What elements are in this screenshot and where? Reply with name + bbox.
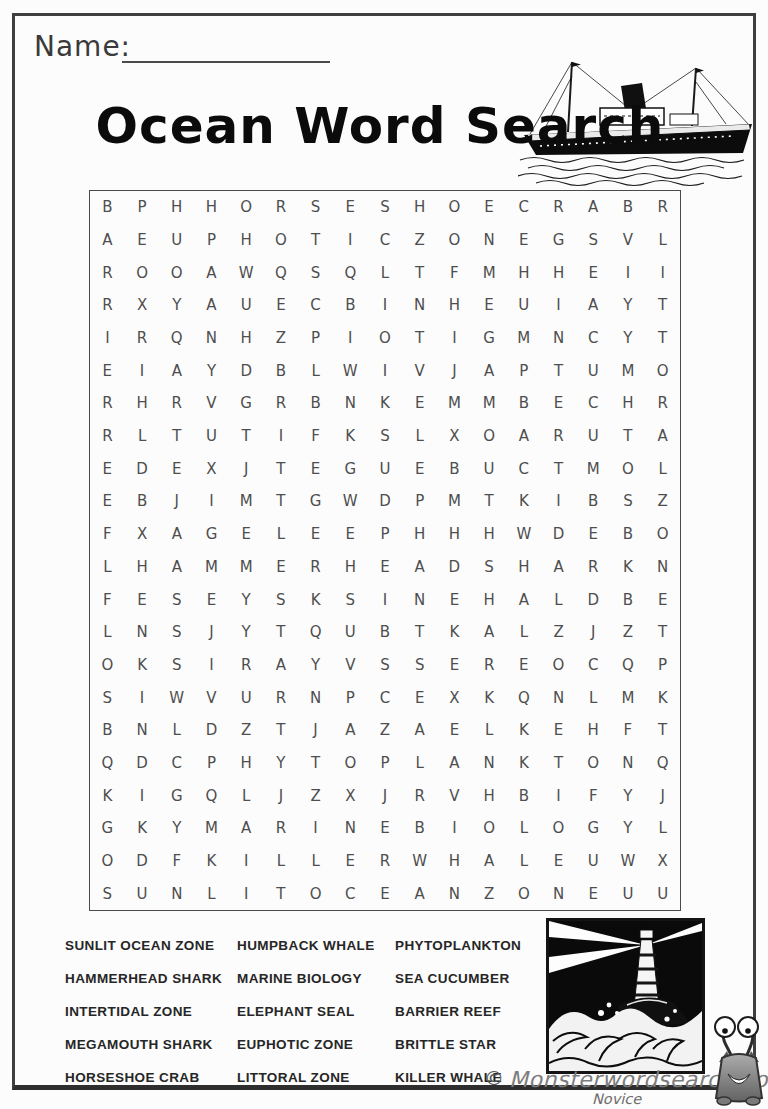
- grid-cell[interactable]: P: [368, 518, 403, 551]
- grid-cell[interactable]: U: [229, 289, 264, 322]
- grid-cell[interactable]: T: [229, 420, 264, 453]
- grid-cell[interactable]: I: [437, 322, 472, 355]
- grid-cell[interactable]: P: [298, 322, 333, 355]
- grid-cell[interactable]: E: [194, 583, 229, 616]
- grid-cell[interactable]: G: [541, 224, 576, 257]
- grid-cell[interactable]: D: [541, 518, 576, 551]
- grid-cell[interactable]: L: [541, 583, 576, 616]
- grid-cell[interactable]: N: [541, 322, 576, 355]
- grid-cell[interactable]: W: [159, 681, 194, 714]
- grid-cell[interactable]: M: [229, 551, 264, 584]
- grid-cell[interactable]: A: [402, 551, 437, 584]
- grid-cell[interactable]: I: [368, 289, 403, 322]
- grid-cell[interactable]: A: [506, 583, 541, 616]
- grid-cell[interactable]: A: [159, 551, 194, 584]
- grid-cell[interactable]: Q: [159, 322, 194, 355]
- grid-cell[interactable]: A: [645, 420, 680, 453]
- grid-cell[interactable]: Q: [298, 616, 333, 649]
- grid-cell[interactable]: K: [472, 681, 507, 714]
- grid-cell[interactable]: E: [125, 583, 160, 616]
- grid-cell[interactable]: I: [645, 256, 680, 289]
- grid-cell[interactable]: W: [506, 518, 541, 551]
- grid-cell[interactable]: I: [229, 845, 264, 878]
- grid-cell[interactable]: I: [194, 485, 229, 518]
- grid-cell[interactable]: E: [472, 191, 507, 224]
- grid-cell[interactable]: G: [159, 779, 194, 812]
- grid-cell[interactable]: D: [125, 845, 160, 878]
- grid-cell[interactable]: R: [125, 322, 160, 355]
- grid-cell[interactable]: O: [611, 452, 646, 485]
- grid-cell[interactable]: A: [402, 714, 437, 747]
- grid-cell[interactable]: T: [402, 322, 437, 355]
- grid-cell[interactable]: M: [194, 812, 229, 845]
- grid-cell[interactable]: F: [437, 256, 472, 289]
- grid-cell[interactable]: C: [368, 681, 403, 714]
- grid-cell[interactable]: K: [506, 485, 541, 518]
- grid-cell[interactable]: R: [264, 812, 299, 845]
- grid-cell[interactable]: O: [472, 812, 507, 845]
- grid-cell[interactable]: B: [506, 779, 541, 812]
- grid-cell[interactable]: A: [576, 289, 611, 322]
- grid-cell[interactable]: I: [541, 485, 576, 518]
- grid-cell[interactable]: B: [125, 485, 160, 518]
- grid-cell[interactable]: B: [611, 191, 646, 224]
- grid-cell[interactable]: J: [298, 714, 333, 747]
- grid-cell[interactable]: E: [506, 649, 541, 682]
- grid-cell[interactable]: R: [264, 387, 299, 420]
- grid-cell[interactable]: D: [229, 354, 264, 387]
- grid-cell[interactable]: U: [159, 224, 194, 257]
- grid-cell[interactable]: M: [611, 354, 646, 387]
- grid-cell[interactable]: I: [541, 779, 576, 812]
- grid-cell[interactable]: E: [333, 191, 368, 224]
- grid-cell[interactable]: T: [645, 322, 680, 355]
- grid-cell[interactable]: K: [506, 747, 541, 780]
- grid-cell[interactable]: A: [333, 714, 368, 747]
- grid-cell[interactable]: Y: [159, 812, 194, 845]
- grid-cell[interactable]: X: [437, 681, 472, 714]
- grid-cell[interactable]: I: [125, 681, 160, 714]
- grid-cell[interactable]: D: [125, 452, 160, 485]
- grid-cell[interactable]: P: [402, 485, 437, 518]
- grid-cell[interactable]: Q: [264, 256, 299, 289]
- grid-cell[interactable]: M: [472, 387, 507, 420]
- grid-cell[interactable]: R: [298, 551, 333, 584]
- grid-cell[interactable]: F: [611, 714, 646, 747]
- grid-cell[interactable]: E: [333, 518, 368, 551]
- grid-cell[interactable]: B: [298, 387, 333, 420]
- grid-cell[interactable]: Q: [506, 681, 541, 714]
- grid-cell[interactable]: A: [472, 616, 507, 649]
- grid-cell[interactable]: E: [229, 518, 264, 551]
- grid-cell[interactable]: R: [402, 779, 437, 812]
- grid-cell[interactable]: G: [333, 452, 368, 485]
- grid-cell[interactable]: E: [506, 224, 541, 257]
- grid-cell[interactable]: V: [333, 649, 368, 682]
- grid-cell[interactable]: E: [576, 518, 611, 551]
- grid-cell[interactable]: T: [541, 354, 576, 387]
- grid-cell[interactable]: R: [264, 191, 299, 224]
- grid-cell[interactable]: U: [472, 452, 507, 485]
- grid-cell[interactable]: H: [472, 779, 507, 812]
- grid-cell[interactable]: I: [125, 779, 160, 812]
- grid-cell[interactable]: F: [90, 518, 125, 551]
- grid-cell[interactable]: H: [437, 845, 472, 878]
- grid-cell[interactable]: B: [576, 485, 611, 518]
- grid-cell[interactable]: O: [437, 224, 472, 257]
- grid-cell[interactable]: N: [125, 714, 160, 747]
- grid-cell[interactable]: N: [402, 289, 437, 322]
- grid-cell[interactable]: B: [437, 452, 472, 485]
- grid-cell[interactable]: O: [368, 322, 403, 355]
- grid-cell[interactable]: C: [298, 289, 333, 322]
- grid-cell[interactable]: Z: [368, 714, 403, 747]
- grid-cell[interactable]: T: [264, 452, 299, 485]
- grid-cell[interactable]: H: [229, 747, 264, 780]
- grid-cell[interactable]: D: [576, 583, 611, 616]
- grid-cell[interactable]: S: [298, 256, 333, 289]
- grid-cell[interactable]: Y: [229, 583, 264, 616]
- grid-cell[interactable]: B: [90, 714, 125, 747]
- grid-cell[interactable]: N: [472, 224, 507, 257]
- grid-cell[interactable]: R: [229, 649, 264, 682]
- grid-cell[interactable]: M: [576, 452, 611, 485]
- grid-cell[interactable]: K: [506, 714, 541, 747]
- grid-cell[interactable]: C: [159, 747, 194, 780]
- grid-cell[interactable]: T: [402, 616, 437, 649]
- grid-cell[interactable]: T: [264, 877, 299, 910]
- grid-cell[interactable]: C: [333, 877, 368, 910]
- grid-cell[interactable]: K: [368, 387, 403, 420]
- grid-cell[interactable]: E: [541, 387, 576, 420]
- grid-cell[interactable]: J: [437, 354, 472, 387]
- grid-cell[interactable]: I: [298, 812, 333, 845]
- grid-cell[interactable]: T: [541, 747, 576, 780]
- grid-cell[interactable]: Q: [611, 649, 646, 682]
- grid-cell[interactable]: H: [506, 551, 541, 584]
- grid-cell[interactable]: N: [333, 812, 368, 845]
- grid-cell[interactable]: X: [125, 518, 160, 551]
- grid-cell[interactable]: R: [472, 649, 507, 682]
- grid-cell[interactable]: V: [437, 779, 472, 812]
- grid-cell[interactable]: I: [437, 812, 472, 845]
- grid-cell[interactable]: A: [194, 256, 229, 289]
- grid-cell[interactable]: J: [229, 452, 264, 485]
- grid-cell[interactable]: C: [506, 452, 541, 485]
- grid-cell[interactable]: D: [194, 714, 229, 747]
- grid-cell[interactable]: R: [90, 289, 125, 322]
- grid-cell[interactable]: X: [333, 779, 368, 812]
- grid-cell[interactable]: N: [472, 747, 507, 780]
- grid-cell[interactable]: E: [264, 289, 299, 322]
- grid-cell[interactable]: Y: [611, 812, 646, 845]
- grid-cell[interactable]: L: [645, 224, 680, 257]
- grid-cell[interactable]: T: [472, 485, 507, 518]
- grid-cell[interactable]: S: [368, 191, 403, 224]
- grid-cell[interactable]: Y: [611, 779, 646, 812]
- grid-cell[interactable]: Y: [194, 354, 229, 387]
- grid-cell[interactable]: K: [611, 551, 646, 584]
- grid-cell[interactable]: L: [645, 812, 680, 845]
- grid-cell[interactable]: Q: [333, 256, 368, 289]
- grid-cell[interactable]: L: [90, 616, 125, 649]
- grid-cell[interactable]: L: [402, 420, 437, 453]
- grid-cell[interactable]: A: [472, 354, 507, 387]
- grid-cell[interactable]: P: [645, 649, 680, 682]
- grid-cell[interactable]: R: [90, 256, 125, 289]
- grid-cell[interactable]: N: [159, 877, 194, 910]
- grid-cell[interactable]: B: [611, 583, 646, 616]
- grid-cell[interactable]: Y: [229, 616, 264, 649]
- grid-cell[interactable]: L: [402, 747, 437, 780]
- grid-cell[interactable]: L: [159, 714, 194, 747]
- grid-cell[interactable]: Z: [264, 322, 299, 355]
- grid-cell[interactable]: U: [333, 616, 368, 649]
- grid-cell[interactable]: T: [264, 714, 299, 747]
- grid-cell[interactable]: O: [298, 877, 333, 910]
- grid-cell[interactable]: I: [333, 322, 368, 355]
- grid-cell[interactable]: N: [194, 322, 229, 355]
- grid-cell[interactable]: O: [333, 747, 368, 780]
- grid-cell[interactable]: H: [472, 518, 507, 551]
- grid-cell[interactable]: W: [333, 354, 368, 387]
- grid-cell[interactable]: E: [437, 583, 472, 616]
- grid-cell[interactable]: V: [402, 354, 437, 387]
- grid-cell[interactable]: S: [159, 583, 194, 616]
- grid-cell[interactable]: A: [229, 812, 264, 845]
- grid-cell[interactable]: H: [472, 583, 507, 616]
- grid-cell[interactable]: E: [402, 452, 437, 485]
- grid-cell[interactable]: O: [125, 256, 160, 289]
- grid-cell[interactable]: Q: [645, 747, 680, 780]
- grid-cell[interactable]: O: [541, 649, 576, 682]
- grid-cell[interactable]: H: [541, 256, 576, 289]
- grid-cell[interactable]: F: [159, 845, 194, 878]
- grid-cell[interactable]: E: [333, 845, 368, 878]
- grid-cell[interactable]: A: [437, 747, 472, 780]
- grid-cell[interactable]: X: [194, 452, 229, 485]
- grid-cell[interactable]: Q: [194, 779, 229, 812]
- grid-cell[interactable]: D: [437, 551, 472, 584]
- grid-cell[interactable]: L: [506, 812, 541, 845]
- grid-cell[interactable]: E: [298, 452, 333, 485]
- grid-cell[interactable]: G: [298, 485, 333, 518]
- grid-cell[interactable]: U: [611, 877, 646, 910]
- grid-cell[interactable]: O: [541, 812, 576, 845]
- grid-cell[interactable]: U: [576, 354, 611, 387]
- grid-cell[interactable]: V: [194, 387, 229, 420]
- grid-cell[interactable]: R: [645, 191, 680, 224]
- grid-cell[interactable]: I: [229, 877, 264, 910]
- grid-cell[interactable]: N: [298, 681, 333, 714]
- grid-cell[interactable]: T: [611, 420, 646, 453]
- grid-cell[interactable]: G: [576, 812, 611, 845]
- grid-cell[interactable]: Y: [611, 289, 646, 322]
- grid-cell[interactable]: I: [368, 354, 403, 387]
- grid-cell[interactable]: S: [90, 681, 125, 714]
- grid-cell[interactable]: O: [472, 420, 507, 453]
- grid-cell[interactable]: J: [645, 779, 680, 812]
- grid-cell[interactable]: F: [90, 583, 125, 616]
- grid-cell[interactable]: E: [368, 812, 403, 845]
- grid-cell[interactable]: U: [576, 845, 611, 878]
- grid-cell[interactable]: A: [159, 354, 194, 387]
- grid-cell[interactable]: C: [368, 224, 403, 257]
- grid-cell[interactable]: E: [298, 518, 333, 551]
- grid-cell[interactable]: T: [159, 420, 194, 453]
- grid-cell[interactable]: M: [229, 485, 264, 518]
- grid-cell[interactable]: S: [298, 191, 333, 224]
- grid-cell[interactable]: O: [90, 649, 125, 682]
- grid-cell[interactable]: E: [402, 681, 437, 714]
- grid-cell[interactable]: S: [159, 616, 194, 649]
- grid-cell[interactable]: H: [611, 387, 646, 420]
- grid-cell[interactable]: F: [298, 420, 333, 453]
- grid-cell[interactable]: R: [576, 551, 611, 584]
- grid-cell[interactable]: B: [90, 191, 125, 224]
- grid-cell[interactable]: A: [576, 191, 611, 224]
- grid-cell[interactable]: G: [90, 812, 125, 845]
- grid-cell[interactable]: K: [90, 779, 125, 812]
- grid-cell[interactable]: H: [125, 551, 160, 584]
- grid-cell[interactable]: A: [90, 224, 125, 257]
- grid-cell[interactable]: L: [125, 420, 160, 453]
- grid-cell[interactable]: H: [333, 551, 368, 584]
- grid-cell[interactable]: M: [611, 681, 646, 714]
- grid-cell[interactable]: U: [645, 877, 680, 910]
- grid-cell[interactable]: K: [333, 420, 368, 453]
- grid-cell[interactable]: L: [264, 518, 299, 551]
- grid-cell[interactable]: N: [611, 747, 646, 780]
- grid-cell[interactable]: O: [645, 518, 680, 551]
- grid-cell[interactable]: Z: [611, 616, 646, 649]
- grid-cell[interactable]: N: [541, 877, 576, 910]
- grid-cell[interactable]: S: [333, 583, 368, 616]
- grid-cell[interactable]: H: [229, 322, 264, 355]
- grid-cell[interactable]: L: [472, 714, 507, 747]
- grid-cell[interactable]: B: [402, 812, 437, 845]
- grid-cell[interactable]: R: [159, 387, 194, 420]
- grid-cell[interactable]: L: [506, 616, 541, 649]
- grid-cell[interactable]: L: [90, 551, 125, 584]
- grid-cell[interactable]: P: [368, 747, 403, 780]
- grid-cell[interactable]: S: [576, 224, 611, 257]
- grid-cell[interactable]: H: [506, 256, 541, 289]
- grid-cell[interactable]: W: [402, 845, 437, 878]
- grid-cell[interactable]: Q: [90, 747, 125, 780]
- grid-cell[interactable]: O: [645, 354, 680, 387]
- grid-cell[interactable]: N: [645, 551, 680, 584]
- grid-cell[interactable]: Z: [541, 616, 576, 649]
- grid-cell[interactable]: E: [90, 452, 125, 485]
- grid-cell[interactable]: L: [506, 845, 541, 878]
- grid-cell[interactable]: Y: [298, 649, 333, 682]
- grid-cell[interactable]: K: [437, 616, 472, 649]
- grid-cell[interactable]: O: [229, 191, 264, 224]
- grid-cell[interactable]: R: [90, 387, 125, 420]
- grid-cell[interactable]: H: [194, 191, 229, 224]
- grid-cell[interactable]: X: [125, 289, 160, 322]
- grid-cell[interactable]: L: [229, 779, 264, 812]
- grid-cell[interactable]: S: [368, 420, 403, 453]
- grid-cell[interactable]: K: [645, 681, 680, 714]
- grid-cell[interactable]: E: [541, 714, 576, 747]
- grid-cell[interactable]: B: [333, 289, 368, 322]
- grid-cell[interactable]: A: [159, 518, 194, 551]
- grid-cell[interactable]: K: [125, 812, 160, 845]
- grid-cell[interactable]: B: [264, 354, 299, 387]
- grid-cell[interactable]: I: [125, 354, 160, 387]
- grid-cell[interactable]: I: [368, 583, 403, 616]
- grid-cell[interactable]: U: [506, 289, 541, 322]
- grid-cell[interactable]: A: [264, 649, 299, 682]
- grid-cell[interactable]: M: [437, 387, 472, 420]
- grid-cell[interactable]: X: [645, 845, 680, 878]
- grid-cell[interactable]: B: [611, 518, 646, 551]
- grid-cell[interactable]: E: [90, 354, 125, 387]
- grid-cell[interactable]: D: [125, 747, 160, 780]
- grid-cell[interactable]: H: [437, 289, 472, 322]
- grid-cell[interactable]: T: [645, 289, 680, 322]
- grid-cell[interactable]: Y: [264, 747, 299, 780]
- grid-cell[interactable]: Y: [159, 289, 194, 322]
- grid-cell[interactable]: R: [264, 681, 299, 714]
- grid-cell[interactable]: A: [541, 551, 576, 584]
- grid-cell[interactable]: T: [645, 714, 680, 747]
- grid-cell[interactable]: X: [437, 420, 472, 453]
- grid-cell[interactable]: T: [298, 747, 333, 780]
- grid-cell[interactable]: H: [402, 518, 437, 551]
- grid-cell[interactable]: E: [402, 387, 437, 420]
- grid-cell[interactable]: M: [506, 322, 541, 355]
- grid-cell[interactable]: Z: [472, 877, 507, 910]
- grid-cell[interactable]: K: [125, 649, 160, 682]
- grid-cell[interactable]: U: [229, 681, 264, 714]
- grid-cell[interactable]: J: [576, 616, 611, 649]
- grid-cell[interactable]: A: [402, 877, 437, 910]
- grid-cell[interactable]: L: [194, 877, 229, 910]
- grid-cell[interactable]: P: [194, 747, 229, 780]
- grid-cell[interactable]: G: [229, 387, 264, 420]
- grid-cell[interactable]: E: [159, 452, 194, 485]
- grid-cell[interactable]: O: [437, 191, 472, 224]
- grid-cell[interactable]: E: [125, 224, 160, 257]
- grid-cell[interactable]: E: [541, 845, 576, 878]
- grid-cell[interactable]: E: [264, 551, 299, 584]
- grid-cell[interactable]: N: [437, 877, 472, 910]
- grid-cell[interactable]: D: [368, 485, 403, 518]
- grid-cell[interactable]: W: [611, 845, 646, 878]
- grid-cell[interactable]: J: [368, 779, 403, 812]
- grid-cell[interactable]: S: [264, 583, 299, 616]
- grid-cell[interactable]: M: [194, 551, 229, 584]
- grid-cell[interactable]: O: [90, 845, 125, 878]
- grid-cell[interactable]: T: [541, 452, 576, 485]
- grid-cell[interactable]: E: [645, 583, 680, 616]
- grid-cell[interactable]: P: [506, 354, 541, 387]
- grid-cell[interactable]: I: [194, 649, 229, 682]
- grid-cell[interactable]: J: [194, 616, 229, 649]
- grid-cell[interactable]: N: [541, 681, 576, 714]
- grid-cell[interactable]: C: [506, 191, 541, 224]
- grid-cell[interactable]: M: [472, 256, 507, 289]
- grid-cell[interactable]: J: [159, 485, 194, 518]
- grid-cell[interactable]: T: [645, 616, 680, 649]
- grid-cell[interactable]: P: [194, 224, 229, 257]
- grid-cell[interactable]: C: [576, 387, 611, 420]
- grid-cell[interactable]: Y: [611, 322, 646, 355]
- grid-cell[interactable]: V: [611, 224, 646, 257]
